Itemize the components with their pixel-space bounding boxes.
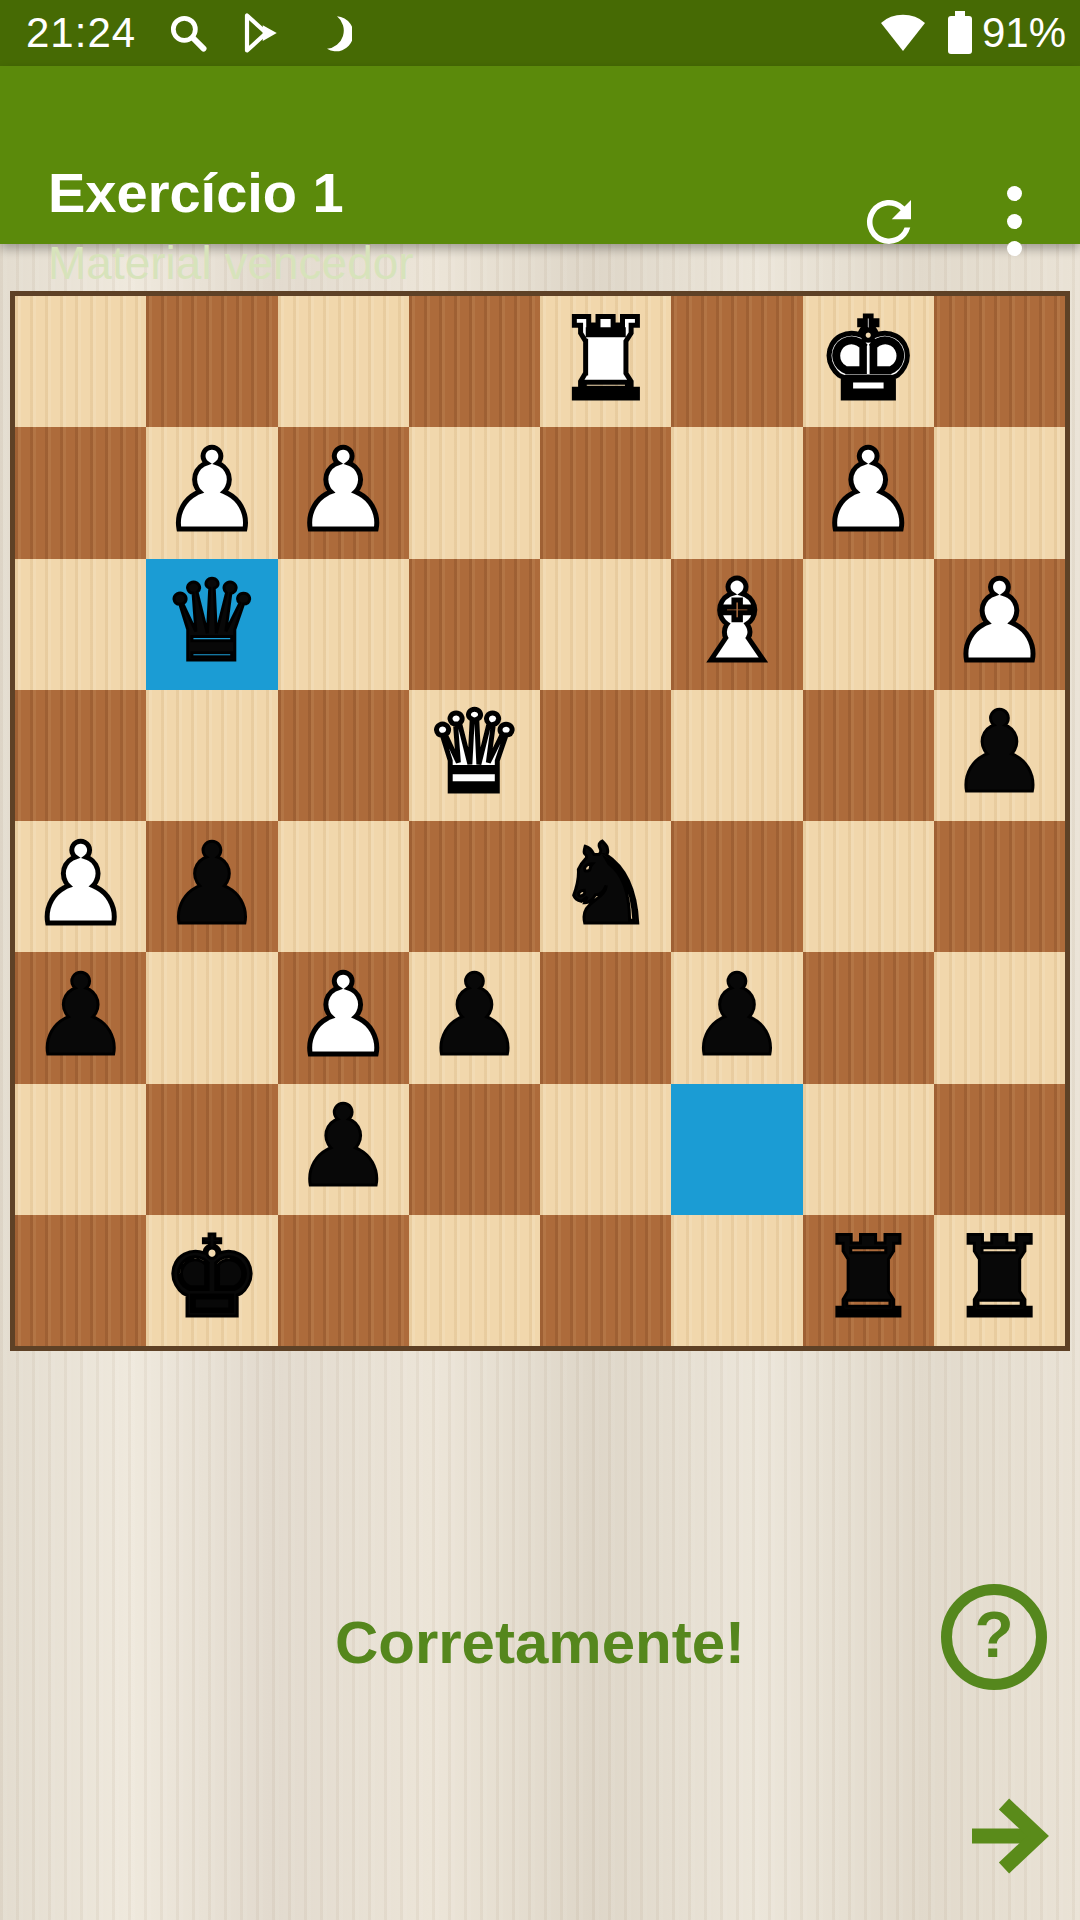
square-g7[interactable]: ♟ xyxy=(803,427,934,558)
square-c4[interactable] xyxy=(278,821,409,952)
square-f5[interactable] xyxy=(671,690,802,821)
search-icon xyxy=(166,11,210,55)
square-e4[interactable]: ♞ xyxy=(540,821,671,952)
black-rook[interactable]: ♜ xyxy=(949,1221,1049,1333)
square-a1[interactable] xyxy=(15,1215,146,1346)
result-message: Corretamente! xyxy=(0,1608,1080,1677)
white-queen[interactable]: ♛ xyxy=(424,696,524,808)
square-a5[interactable] xyxy=(15,690,146,821)
square-b2[interactable] xyxy=(146,1084,277,1215)
square-f7[interactable] xyxy=(671,427,802,558)
square-g8[interactable]: ♚ xyxy=(803,296,934,427)
white-pawn[interactable]: ♟ xyxy=(162,434,262,546)
square-c3[interactable]: ♟ xyxy=(278,952,409,1083)
black-pawn[interactable]: ♟ xyxy=(424,959,524,1071)
white-pawn[interactable]: ♟ xyxy=(949,565,1049,677)
square-f1[interactable] xyxy=(671,1215,802,1346)
white-pawn[interactable]: ♟ xyxy=(818,434,918,546)
wifi-icon xyxy=(878,11,928,55)
square-d2[interactable] xyxy=(409,1084,540,1215)
black-queen[interactable]: ♛ xyxy=(162,565,262,677)
square-h1[interactable]: ♜ xyxy=(934,1215,1065,1346)
black-king[interactable]: ♚ xyxy=(162,1221,262,1333)
black-pawn[interactable]: ♟ xyxy=(687,959,787,1071)
square-d1[interactable] xyxy=(409,1215,540,1346)
square-a6[interactable] xyxy=(15,559,146,690)
square-h5[interactable]: ♟ xyxy=(934,690,1065,821)
square-g3[interactable] xyxy=(803,952,934,1083)
play-store-icon xyxy=(240,12,282,54)
white-pawn[interactable]: ♟ xyxy=(293,959,393,1071)
black-knight[interactable]: ♞ xyxy=(555,828,655,940)
white-bishop[interactable]: ♝ xyxy=(687,565,787,677)
black-pawn[interactable]: ♟ xyxy=(949,696,1049,808)
square-a7[interactable] xyxy=(15,427,146,558)
square-e5[interactable] xyxy=(540,690,671,821)
chess-board[interactable]: ♜♚♟♟♟♛♝♟♛♟♟♟♞♟♟♟♟♟♚♜♜ xyxy=(10,291,1070,1351)
square-g4[interactable] xyxy=(803,821,934,952)
refresh-button[interactable] xyxy=(856,189,922,259)
black-rook[interactable]: ♜ xyxy=(818,1221,918,1333)
square-c5[interactable] xyxy=(278,690,409,821)
app-screen: 21:24 91% Exercício 1 Material vencedor xyxy=(0,0,1080,1920)
square-d7[interactable] xyxy=(409,427,540,558)
app-bar: Exercício 1 Material vencedor xyxy=(0,66,1080,244)
square-d5[interactable]: ♛ xyxy=(409,690,540,821)
square-a3[interactable]: ♟ xyxy=(15,952,146,1083)
square-d3[interactable]: ♟ xyxy=(409,952,540,1083)
clock: 21:24 xyxy=(26,9,136,57)
square-g1[interactable]: ♜ xyxy=(803,1215,934,1346)
square-a4[interactable]: ♟ xyxy=(15,821,146,952)
moon-icon xyxy=(312,13,352,53)
overflow-menu-button[interactable] xyxy=(1000,186,1028,256)
white-pawn[interactable]: ♟ xyxy=(293,434,393,546)
square-f3[interactable]: ♟ xyxy=(671,952,802,1083)
square-d8[interactable] xyxy=(409,296,540,427)
square-f2[interactable] xyxy=(671,1084,802,1215)
square-e8[interactable]: ♜ xyxy=(540,296,671,427)
square-b7[interactable]: ♟ xyxy=(146,427,277,558)
square-b5[interactable] xyxy=(146,690,277,821)
square-c6[interactable] xyxy=(278,559,409,690)
square-h2[interactable] xyxy=(934,1084,1065,1215)
square-e1[interactable] xyxy=(540,1215,671,1346)
square-h7[interactable] xyxy=(934,427,1065,558)
question-mark-icon: ? xyxy=(974,1598,1013,1672)
square-b3[interactable] xyxy=(146,952,277,1083)
square-e7[interactable] xyxy=(540,427,671,558)
square-b4[interactable]: ♟ xyxy=(146,821,277,952)
square-e6[interactable] xyxy=(540,559,671,690)
square-d6[interactable] xyxy=(409,559,540,690)
square-b6[interactable]: ♛ xyxy=(146,559,277,690)
status-bar: 21:24 91% xyxy=(0,0,1080,66)
square-h3[interactable] xyxy=(934,952,1065,1083)
square-h8[interactable] xyxy=(934,296,1065,427)
square-b1[interactable]: ♚ xyxy=(146,1215,277,1346)
square-f6[interactable]: ♝ xyxy=(671,559,802,690)
next-button[interactable] xyxy=(962,1790,1054,1886)
page-subtitle: Material vencedor xyxy=(48,236,414,290)
square-b8[interactable] xyxy=(146,296,277,427)
square-e2[interactable] xyxy=(540,1084,671,1215)
square-h4[interactable] xyxy=(934,821,1065,952)
square-a2[interactable] xyxy=(15,1084,146,1215)
square-c8[interactable] xyxy=(278,296,409,427)
battery-icon xyxy=(946,10,974,56)
square-c7[interactable]: ♟ xyxy=(278,427,409,558)
square-c1[interactable] xyxy=(278,1215,409,1346)
square-g5[interactable] xyxy=(803,690,934,821)
square-h6[interactable]: ♟ xyxy=(934,559,1065,690)
black-pawn[interactable]: ♟ xyxy=(162,828,262,940)
square-e3[interactable] xyxy=(540,952,671,1083)
white-pawn[interactable]: ♟ xyxy=(30,828,130,940)
battery-percent: 91% xyxy=(982,9,1066,57)
square-a8[interactable] xyxy=(15,296,146,427)
black-pawn[interactable]: ♟ xyxy=(30,959,130,1071)
square-f4[interactable] xyxy=(671,821,802,952)
white-rook[interactable]: ♜ xyxy=(555,303,655,415)
square-g6[interactable] xyxy=(803,559,934,690)
square-f8[interactable] xyxy=(671,296,802,427)
page-title: Exercício 1 xyxy=(48,160,344,225)
white-king[interactable]: ♚ xyxy=(818,303,918,415)
square-d4[interactable] xyxy=(409,821,540,952)
square-g2[interactable] xyxy=(803,1084,934,1215)
help-button[interactable]: ? xyxy=(941,1584,1047,1690)
square-c2[interactable]: ♟ xyxy=(278,1084,409,1215)
black-pawn[interactable]: ♟ xyxy=(293,1090,393,1202)
